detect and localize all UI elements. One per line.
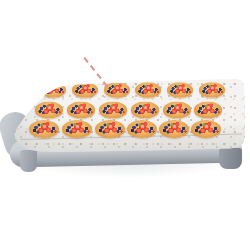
pit-r0-c2: [104, 82, 130, 98]
pit-r0-c0: [40, 82, 66, 98]
pit-r1-c1: [67, 102, 95, 119]
pit-r0-c3: [135, 82, 161, 98]
pit-r1-c4: [163, 102, 191, 119]
cooking-plate: [12, 68, 248, 156]
pit-grid: [12, 68, 248, 156]
pit-r2-c1: [62, 120, 92, 138]
product-photo: [0, 0, 250, 250]
pit-r0-c5: [199, 82, 225, 98]
pit-r0-c1: [72, 82, 98, 98]
callout-line: [83, 57, 108, 87]
pit-r2-c3: [127, 120, 157, 138]
pit-r1-c3: [131, 102, 159, 119]
right-foot: [219, 148, 242, 169]
pit-r1-c5: [194, 102, 222, 119]
pit-r1-c0: [35, 102, 63, 119]
pit-r2-c5: [191, 120, 221, 138]
left-foot: [20, 150, 37, 172]
pit-r0-c4: [167, 82, 193, 98]
pit-r2-c4: [159, 120, 189, 138]
pit-r1-c2: [99, 102, 127, 119]
pit-r2-c0: [29, 120, 59, 138]
pit-r2-c2: [95, 120, 125, 138]
